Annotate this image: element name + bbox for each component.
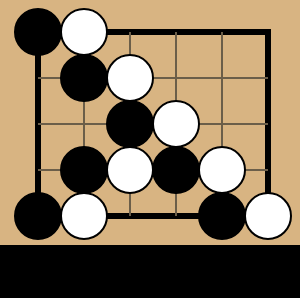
white-stone — [60, 192, 108, 240]
intersection-c4-r5[interactable] — [153, 193, 199, 239]
white-stone — [244, 192, 292, 240]
intersection-c5-r3[interactable] — [199, 101, 245, 147]
white-stone — [152, 100, 200, 148]
intersection-c2-r1[interactable] — [61, 9, 107, 55]
intersection-c6-r4[interactable] — [245, 147, 291, 193]
intersection-c5-r1[interactable] — [199, 9, 245, 55]
intersection-c2-r4[interactable] — [61, 147, 107, 193]
black-stone — [14, 192, 62, 240]
black-stone — [198, 192, 246, 240]
white-stone — [106, 54, 154, 102]
black-stone — [60, 146, 108, 194]
intersection-c1-r1[interactable] — [15, 9, 61, 55]
intersection-c4-r4[interactable] — [153, 147, 199, 193]
intersection-c3-r5[interactable] — [107, 193, 153, 239]
intersection-c4-r2[interactable] — [153, 55, 199, 101]
intersection-c5-r2[interactable] — [199, 55, 245, 101]
black-stone — [14, 8, 62, 56]
intersection-c3-r3[interactable] — [107, 101, 153, 147]
intersection-c6-r3[interactable] — [245, 101, 291, 147]
go-diagram — [0, 0, 300, 298]
black-stone — [60, 54, 108, 102]
white-stone — [106, 146, 154, 194]
white-stone — [198, 146, 246, 194]
intersection-c6-r1[interactable] — [245, 9, 291, 55]
intersection-c6-r2[interactable] — [245, 55, 291, 101]
intersection-c3-r4[interactable] — [107, 147, 153, 193]
intersection-c4-r1[interactable] — [153, 9, 199, 55]
intersection-c5-r5[interactable] — [199, 193, 245, 239]
intersection-c3-r1[interactable] — [107, 9, 153, 55]
black-stone — [152, 146, 200, 194]
intersection-c2-r3[interactable] — [61, 101, 107, 147]
intersection-c2-r5[interactable] — [61, 193, 107, 239]
intersection-c1-r5[interactable] — [15, 193, 61, 239]
intersection-c1-r2[interactable] — [15, 55, 61, 101]
bottom-black-bar — [0, 245, 300, 298]
intersection-c6-r5[interactable] — [245, 193, 291, 239]
intersection-c3-r2[interactable] — [107, 55, 153, 101]
go-board-grid — [15, 9, 291, 239]
intersection-c1-r4[interactable] — [15, 147, 61, 193]
intersection-c2-r2[interactable] — [61, 55, 107, 101]
black-stone — [106, 100, 154, 148]
intersection-c5-r4[interactable] — [199, 147, 245, 193]
white-stone — [60, 8, 108, 56]
intersection-c4-r3[interactable] — [153, 101, 199, 147]
intersection-c1-r3[interactable] — [15, 101, 61, 147]
